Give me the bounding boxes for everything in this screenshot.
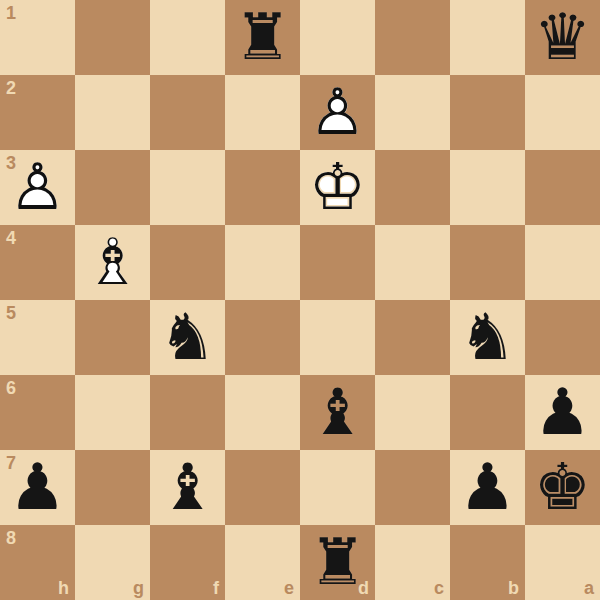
square-e4[interactable] bbox=[225, 225, 300, 300]
piece-black-pawn[interactable]: ♟ bbox=[450, 450, 525, 525]
square-h6[interactable]: 6 bbox=[0, 375, 75, 450]
square-e5[interactable] bbox=[225, 300, 300, 375]
file-label-h: h bbox=[58, 579, 69, 597]
white-pawn-glyph: ♟ bbox=[9, 150, 66, 225]
square-h2[interactable]: 2 bbox=[0, 75, 75, 150]
piece-black-king[interactable]: ♚ bbox=[525, 450, 600, 525]
black-pawn-glyph: ♟ bbox=[534, 375, 591, 450]
square-a8[interactable]: a bbox=[525, 525, 600, 600]
piece-white-king[interactable]: ♚♔ bbox=[300, 150, 375, 225]
white-pawn-outline: ♙ bbox=[9, 150, 66, 225]
piece-black-pawn[interactable]: ♟ bbox=[525, 375, 600, 450]
square-d1[interactable] bbox=[300, 0, 375, 75]
square-e2[interactable] bbox=[225, 75, 300, 150]
square-h1[interactable]: 1 bbox=[0, 0, 75, 75]
black-rook-glyph: ♜ bbox=[309, 525, 366, 600]
square-d5[interactable] bbox=[300, 300, 375, 375]
square-e3[interactable] bbox=[225, 150, 300, 225]
file-label-g: g bbox=[133, 579, 144, 597]
square-a4[interactable] bbox=[525, 225, 600, 300]
square-e7[interactable] bbox=[225, 450, 300, 525]
black-pawn-glyph: ♟ bbox=[9, 450, 66, 525]
square-g2[interactable] bbox=[75, 75, 150, 150]
file-label-f: f bbox=[213, 579, 219, 597]
black-knight-glyph: ♞ bbox=[459, 300, 516, 375]
square-b6[interactable] bbox=[450, 375, 525, 450]
square-f8[interactable]: f bbox=[150, 525, 225, 600]
square-g1[interactable] bbox=[75, 0, 150, 75]
square-g3[interactable] bbox=[75, 150, 150, 225]
square-c3[interactable] bbox=[375, 150, 450, 225]
piece-white-bishop[interactable]: ♝♗ bbox=[75, 225, 150, 300]
square-c6[interactable] bbox=[375, 375, 450, 450]
square-e6[interactable] bbox=[225, 375, 300, 450]
piece-black-knight[interactable]: ♞ bbox=[450, 300, 525, 375]
file-label-e: e bbox=[284, 579, 294, 597]
square-g4[interactable]: ♝♗ bbox=[75, 225, 150, 300]
black-bishop-glyph: ♝ bbox=[309, 375, 366, 450]
black-bishop-glyph: ♝ bbox=[159, 450, 216, 525]
square-b8[interactable]: b bbox=[450, 525, 525, 600]
square-e8[interactable]: e bbox=[225, 525, 300, 600]
square-b7[interactable]: ♟ bbox=[450, 450, 525, 525]
black-rook-glyph: ♜ bbox=[234, 0, 291, 75]
white-king-outline: ♔ bbox=[309, 150, 366, 225]
white-bishop-outline: ♗ bbox=[84, 225, 141, 300]
rank-label-5: 5 bbox=[6, 304, 16, 322]
square-d7[interactable] bbox=[300, 450, 375, 525]
square-a5[interactable] bbox=[525, 300, 600, 375]
chess-board: 1♜♛2♟♙3♟♙♚♔4♝♗5♞♞6♝♟7♟♝♟♚8hgfed♜cba bbox=[0, 0, 600, 600]
rank-label-2: 2 bbox=[6, 79, 16, 97]
square-h4[interactable]: 4 bbox=[0, 225, 75, 300]
black-queen-glyph: ♛ bbox=[534, 0, 591, 75]
square-a3[interactable] bbox=[525, 150, 600, 225]
piece-white-pawn[interactable]: ♟♙ bbox=[0, 150, 75, 225]
square-d4[interactable] bbox=[300, 225, 375, 300]
square-f7[interactable]: ♝ bbox=[150, 450, 225, 525]
square-b2[interactable] bbox=[450, 75, 525, 150]
piece-black-queen[interactable]: ♛ bbox=[525, 0, 600, 75]
black-pawn-glyph: ♟ bbox=[459, 450, 516, 525]
square-d2[interactable]: ♟♙ bbox=[300, 75, 375, 150]
rank-label-6: 6 bbox=[6, 379, 16, 397]
rank-label-1: 1 bbox=[6, 4, 16, 22]
square-b3[interactable] bbox=[450, 150, 525, 225]
piece-black-bishop[interactable]: ♝ bbox=[150, 450, 225, 525]
piece-black-knight[interactable]: ♞ bbox=[150, 300, 225, 375]
white-pawn-outline: ♙ bbox=[309, 75, 366, 150]
square-d6[interactable]: ♝ bbox=[300, 375, 375, 450]
piece-black-bishop[interactable]: ♝ bbox=[300, 375, 375, 450]
square-a1[interactable]: ♛ bbox=[525, 0, 600, 75]
square-c5[interactable] bbox=[375, 300, 450, 375]
square-f4[interactable] bbox=[150, 225, 225, 300]
rank-label-4: 4 bbox=[6, 229, 16, 247]
square-h5[interactable]: 5 bbox=[0, 300, 75, 375]
white-king-glyph: ♚ bbox=[309, 150, 366, 225]
piece-white-pawn[interactable]: ♟♙ bbox=[300, 75, 375, 150]
square-c2[interactable] bbox=[375, 75, 450, 150]
square-b4[interactable] bbox=[450, 225, 525, 300]
square-h7[interactable]: 7♟ bbox=[0, 450, 75, 525]
white-pawn-glyph: ♟ bbox=[309, 75, 366, 150]
rank-label-8: 8 bbox=[6, 529, 16, 547]
square-g5[interactable] bbox=[75, 300, 150, 375]
square-f2[interactable] bbox=[150, 75, 225, 150]
piece-black-pawn[interactable]: ♟ bbox=[0, 450, 75, 525]
square-h3[interactable]: 3♟♙ bbox=[0, 150, 75, 225]
square-c4[interactable] bbox=[375, 225, 450, 300]
square-g8[interactable]: g bbox=[75, 525, 150, 600]
chess-board-container: 1♜♛2♟♙3♟♙♚♔4♝♗5♞♞6♝♟7♟♝♟♚8hgfed♜cba bbox=[0, 0, 600, 600]
file-label-a: a bbox=[584, 579, 594, 597]
square-c7[interactable] bbox=[375, 450, 450, 525]
square-f5[interactable]: ♞ bbox=[150, 300, 225, 375]
black-knight-glyph: ♞ bbox=[159, 300, 216, 375]
square-f6[interactable] bbox=[150, 375, 225, 450]
square-h8[interactable]: 8h bbox=[0, 525, 75, 600]
square-b1[interactable] bbox=[450, 0, 525, 75]
square-a2[interactable] bbox=[525, 75, 600, 150]
square-d8[interactable]: d♜ bbox=[300, 525, 375, 600]
square-g6[interactable] bbox=[75, 375, 150, 450]
file-label-b: b bbox=[508, 579, 519, 597]
file-label-c: c bbox=[434, 579, 444, 597]
piece-black-rook[interactable]: ♜ bbox=[225, 0, 300, 75]
black-king-glyph: ♚ bbox=[534, 450, 591, 525]
square-b5[interactable]: ♞ bbox=[450, 300, 525, 375]
piece-black-rook[interactable]: ♜ bbox=[300, 525, 375, 600]
square-g7[interactable] bbox=[75, 450, 150, 525]
square-f3[interactable] bbox=[150, 150, 225, 225]
square-e1[interactable]: ♜ bbox=[225, 0, 300, 75]
square-c1[interactable] bbox=[375, 0, 450, 75]
square-a7[interactable]: ♚ bbox=[525, 450, 600, 525]
square-d3[interactable]: ♚♔ bbox=[300, 150, 375, 225]
white-bishop-glyph: ♝ bbox=[84, 225, 141, 300]
square-a6[interactable]: ♟ bbox=[525, 375, 600, 450]
square-c8[interactable]: c bbox=[375, 525, 450, 600]
square-f1[interactable] bbox=[150, 0, 225, 75]
